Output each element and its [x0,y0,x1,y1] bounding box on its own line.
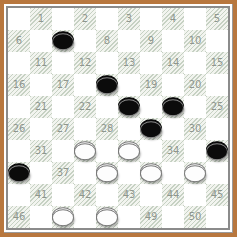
square-number: 34 [167,146,180,156]
square-50[interactable]: 50 [184,206,206,228]
light-square [184,184,206,206]
light-square [8,96,30,118]
square-5[interactable]: 5 [206,8,228,30]
light-square [162,162,184,184]
board-frame: 1234568910111213141516171920212225262728… [0,0,237,237]
light-square [52,140,74,162]
square-1[interactable]: 1 [30,8,52,30]
light-square [8,184,30,206]
light-square [30,206,52,228]
square-19[interactable]: 19 [140,74,162,96]
square-number: 2 [82,14,88,24]
square-37[interactable]: 37 [52,162,74,184]
light-square [74,162,96,184]
square-number: 21 [35,102,48,112]
square-23[interactable] [118,96,140,118]
square-number: 12 [79,58,92,68]
square-number: 27 [57,124,70,134]
square-38[interactable] [96,162,118,184]
square-36[interactable] [8,162,30,184]
square-number: 1 [38,14,44,24]
light-square [184,140,206,162]
square-number: 10 [189,36,202,46]
light-square [184,52,206,74]
square-14[interactable]: 14 [162,52,184,74]
square-24[interactable] [162,96,184,118]
light-square [118,74,140,96]
square-34[interactable]: 34 [162,140,184,162]
light-square [52,96,74,118]
square-31[interactable]: 31 [30,140,52,162]
light-square [206,162,228,184]
light-square [30,30,52,52]
draughts-board: 1234568910111213141516171920212225262728… [6,6,230,230]
light-square [96,96,118,118]
square-number: 17 [57,80,70,90]
light-square [74,30,96,52]
square-48[interactable] [96,206,118,228]
square-number: 31 [35,146,48,156]
light-square [140,8,162,30]
square-15[interactable]: 15 [206,52,228,74]
square-number: 9 [148,36,154,46]
square-number: 11 [35,58,48,68]
square-43[interactable]: 43 [118,184,140,206]
square-45[interactable]: 45 [206,184,228,206]
light-square [206,206,228,228]
black-piece-square-23[interactable] [118,97,140,114]
black-piece-square-24[interactable] [162,97,184,114]
square-26[interactable]: 26 [8,118,30,140]
square-21[interactable]: 21 [30,96,52,118]
square-number: 14 [167,58,180,68]
light-square [118,206,140,228]
square-number: 6 [16,36,22,46]
light-square [74,118,96,140]
light-square [52,52,74,74]
light-square [162,206,184,228]
square-18[interactable] [96,74,118,96]
square-10[interactable]: 10 [184,30,206,52]
square-9[interactable]: 9 [140,30,162,52]
square-40[interactable] [184,162,206,184]
square-number: 19 [145,80,158,90]
light-square [74,74,96,96]
light-square [184,96,206,118]
square-number: 3 [126,14,132,24]
square-number: 13 [123,58,136,68]
square-42[interactable]: 42 [74,184,96,206]
square-number: 5 [214,14,220,24]
square-41[interactable]: 41 [30,184,52,206]
light-square [8,8,30,30]
square-number: 25 [211,102,224,112]
white-piece-square-39[interactable] [140,163,162,180]
light-square [118,30,140,52]
light-square [162,74,184,96]
black-piece-square-7[interactable] [52,31,74,48]
light-square [96,8,118,30]
square-29[interactable] [140,118,162,140]
light-square [140,96,162,118]
square-number: 41 [35,190,48,200]
light-square [96,52,118,74]
square-47[interactable] [52,206,74,228]
square-3[interactable]: 3 [118,8,140,30]
light-square [206,118,228,140]
square-number: 22 [79,102,92,112]
light-square [74,206,96,228]
square-20[interactable]: 20 [184,74,206,96]
square-number: 46 [13,212,26,222]
black-piece-square-18[interactable] [96,75,118,92]
black-piece-square-35[interactable] [206,141,228,158]
light-square [118,162,140,184]
square-4[interactable]: 4 [162,8,184,30]
square-number: 30 [189,124,202,134]
square-11[interactable]: 11 [30,52,52,74]
square-number: 44 [167,190,180,200]
square-number: 20 [189,80,202,90]
square-number: 28 [101,124,114,134]
square-13[interactable]: 13 [118,52,140,74]
board-margin: 1234568910111213141516171920212225262728… [4,4,233,233]
square-25[interactable]: 25 [206,96,228,118]
light-square [30,74,52,96]
light-square [184,8,206,30]
light-square [30,118,52,140]
square-number: 49 [145,212,158,222]
square-33[interactable] [118,140,140,162]
white-piece-square-47[interactable] [52,207,74,224]
white-piece-square-48[interactable] [96,207,118,224]
light-square [52,184,74,206]
square-46[interactable]: 46 [8,206,30,228]
light-square [162,118,184,140]
square-8[interactable]: 8 [96,30,118,52]
light-square [96,184,118,206]
light-square [140,184,162,206]
square-12[interactable]: 12 [74,52,96,74]
square-27[interactable]: 27 [52,118,74,140]
black-piece-square-36[interactable] [8,163,30,180]
square-49[interactable]: 49 [140,206,162,228]
light-square [140,140,162,162]
white-piece-square-33[interactable] [118,141,140,158]
light-square [118,118,140,140]
square-number: 37 [57,168,70,178]
square-16[interactable]: 16 [8,74,30,96]
square-35[interactable] [206,140,228,162]
white-piece-square-32[interactable] [74,141,96,158]
light-square [206,30,228,52]
square-number: 26 [13,124,26,134]
light-square [52,8,74,30]
light-square [8,140,30,162]
square-number: 16 [13,80,26,90]
square-2[interactable]: 2 [74,8,96,30]
light-square [206,74,228,96]
square-number: 15 [211,58,224,68]
light-square [162,30,184,52]
white-piece-square-38[interactable] [96,163,118,180]
square-28[interactable]: 28 [96,118,118,140]
light-square [140,52,162,74]
square-number: 45 [211,190,224,200]
black-piece-square-29[interactable] [140,119,162,136]
square-39[interactable] [140,162,162,184]
white-piece-square-40[interactable] [184,163,206,180]
light-square [96,140,118,162]
square-32[interactable] [74,140,96,162]
square-number: 43 [123,190,136,200]
square-number: 8 [104,36,110,46]
square-number: 50 [189,212,202,222]
square-6[interactable]: 6 [8,30,30,52]
square-30[interactable]: 30 [184,118,206,140]
square-22[interactable]: 22 [74,96,96,118]
light-square [30,162,52,184]
square-17[interactable]: 17 [52,74,74,96]
square-44[interactable]: 44 [162,184,184,206]
square-7[interactable] [52,30,74,52]
square-number: 42 [79,190,92,200]
light-square [8,52,30,74]
square-number: 4 [170,14,176,24]
